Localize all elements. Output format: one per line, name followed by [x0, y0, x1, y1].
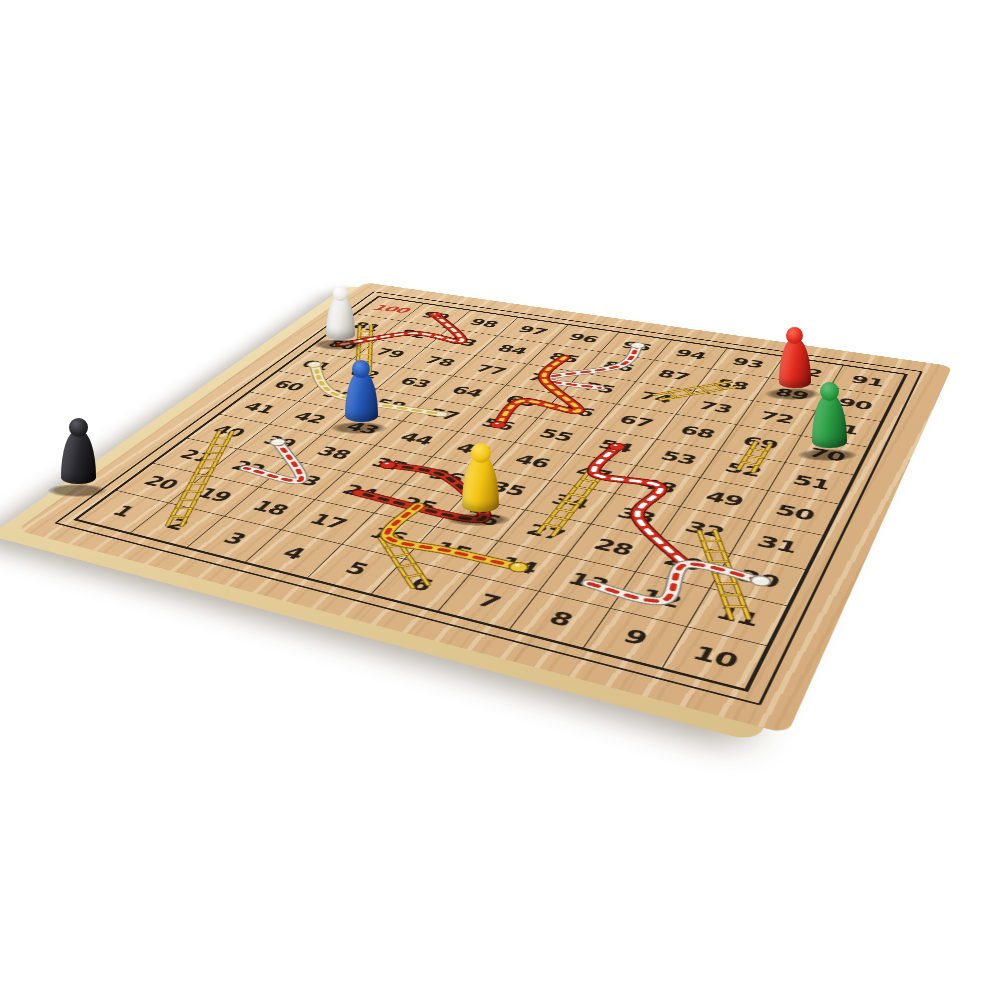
square-number: 16 [365, 524, 412, 547]
square-number: 9 [619, 625, 652, 649]
pawn-body [61, 431, 96, 484]
square-number: 72 [756, 409, 796, 426]
square-number: 7 [473, 590, 506, 612]
square-number: 88 [712, 377, 751, 393]
square-number: 28 [589, 535, 637, 559]
square-number: 67 [616, 413, 657, 430]
square-number: 51 [789, 472, 833, 493]
square-number: 65 [502, 393, 542, 409]
square-number: 20 [138, 473, 183, 493]
square-number: 2 [161, 515, 194, 533]
pawn-body [779, 339, 811, 388]
square-number: 97 [515, 324, 551, 337]
square-number: 30 [733, 566, 782, 592]
square-number: 95 [618, 339, 655, 353]
square-number: 66 [558, 403, 598, 420]
square-number: 52 [721, 460, 764, 480]
pawn-head [352, 360, 370, 378]
square-number: 14 [494, 553, 543, 578]
pawn-body [345, 372, 378, 422]
square-number: 10 [688, 642, 741, 673]
square-number: 48 [636, 475, 680, 496]
square-number: 96 [566, 331, 602, 344]
square-number: 61 [297, 358, 335, 372]
pawn-body [462, 456, 499, 512]
square-number: 50 [772, 501, 817, 523]
square-number: 44 [396, 430, 438, 448]
square-number: 4 [277, 543, 310, 563]
square-number: 38 [312, 444, 355, 462]
square-number: 17 [305, 510, 352, 532]
square-number: 56 [478, 416, 519, 433]
square-number: 3 [218, 529, 251, 548]
square-number: 42 [289, 409, 330, 426]
square-number: 11 [712, 602, 763, 630]
square-number: 98 [466, 317, 501, 330]
pawn-yellow[interactable] [462, 443, 499, 523]
square-number: 41 [239, 400, 279, 416]
square-100-logo: 100 [369, 303, 411, 314]
square-number: 78 [420, 354, 458, 368]
square-number: 60 [269, 378, 308, 393]
square-number: 39 [259, 433, 301, 451]
square-number: 31 [753, 533, 800, 557]
square-number: 47 [572, 463, 616, 483]
square-number: 1 [107, 502, 140, 520]
square-number: 13 [563, 569, 613, 595]
pawn-white[interactable] [326, 286, 355, 348]
square-number: 19 [192, 485, 237, 505]
square-number: 23 [281, 470, 325, 490]
pawn-head [471, 443, 491, 463]
square-number: 29 [659, 550, 707, 575]
square-number: 83 [444, 335, 480, 348]
square-number: 55 [535, 426, 577, 444]
square-number: 74 [636, 390, 675, 406]
square-number: 15 [428, 538, 476, 562]
square-number: 33 [613, 504, 659, 526]
square-number: 40 [208, 423, 250, 440]
square-number: 21 [174, 447, 217, 465]
square-number: 93 [729, 355, 766, 370]
square-number: 24 [337, 482, 382, 502]
square-number: 5 [340, 558, 373, 579]
square-number: 86 [599, 359, 637, 374]
square-number: 49 [702, 488, 747, 509]
square-number: 18 [247, 497, 293, 518]
square-number: 79 [371, 346, 408, 360]
square-number: 82 [395, 327, 431, 340]
square-number: 37 [367, 455, 410, 474]
square-number: 54 [595, 437, 637, 456]
square-number: 75 [579, 380, 618, 396]
square-number: 53 [657, 448, 700, 467]
square-number: 46 [511, 452, 554, 471]
square-number: 8 [544, 607, 577, 630]
square-number: 32 [681, 518, 727, 541]
square-number: 34 [548, 491, 593, 512]
pawn-head [820, 382, 839, 401]
square-number: 57 [422, 406, 463, 423]
pawn-green[interactable] [812, 382, 847, 458]
square-number: 99 [418, 310, 453, 322]
square-number: 22 [226, 458, 270, 477]
square-number: 68 [676, 423, 717, 441]
square-number: 6 [404, 574, 437, 595]
square-number: 85 [545, 351, 582, 365]
pawn-blue[interactable] [345, 360, 378, 431]
square-number: 84 [494, 343, 531, 357]
pawn-black[interactable] [61, 418, 96, 493]
square-number: 27 [522, 521, 569, 544]
pawn-red[interactable] [779, 327, 811, 397]
square-number: 77 [471, 363, 509, 378]
square-number: 64 [448, 384, 487, 400]
pawn-body [326, 296, 355, 339]
square-number: 76 [524, 371, 562, 386]
square-number: 63 [396, 375, 435, 390]
square-number: 94 [672, 347, 709, 361]
square-number: 87 [655, 368, 693, 383]
square-number: 25 [396, 494, 442, 515]
square-number: 91 [848, 373, 886, 389]
square-number: 73 [695, 399, 735, 416]
square-number: 12 [635, 585, 685, 612]
pawn-body [812, 395, 847, 448]
snakes-and-ladders-photo: 1009998979695949392918182838485868788899… [0, 0, 1000, 1000]
square-number: 69 [739, 434, 781, 453]
